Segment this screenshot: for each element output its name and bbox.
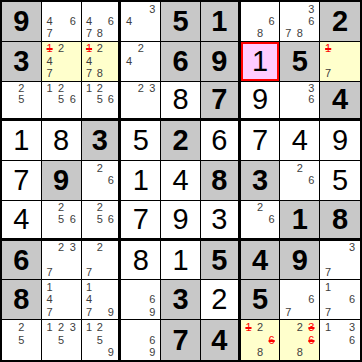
candidate-2: 2 — [257, 202, 263, 213]
cell-r2c5[interactable]: 6 — [161, 42, 201, 82]
cell-r2c4[interactable]: 24 — [121, 42, 161, 82]
candidate-1: 1 — [47, 322, 53, 333]
cell-value: 8 — [133, 246, 149, 275]
cell-r3c8[interactable]: 36 — [280, 82, 320, 122]
cell-r5c2[interactable]: 9 — [42, 161, 82, 201]
candidate-6: 6 — [149, 335, 155, 346]
candidate-8: 8 — [257, 347, 263, 358]
cell-r9c5[interactable]: 7 — [161, 320, 201, 360]
cell-r4c4[interactable]: 5 — [121, 121, 161, 161]
cell-r8c3[interactable]: 1479 — [82, 280, 122, 320]
candidate-6: 6 — [308, 294, 314, 305]
cell-value: 4 — [252, 246, 268, 275]
cell-r7c5[interactable]: 1 — [161, 241, 201, 281]
cell-r3c3[interactable]: 1256 — [82, 82, 122, 122]
cell-r4c1[interactable]: 1 — [2, 121, 42, 161]
cell-r9c8[interactable]: 2368 — [280, 320, 320, 360]
cell-value: 7 — [172, 326, 188, 355]
candidate-5: 5 — [97, 214, 103, 225]
cell-r8c6[interactable]: 2 — [201, 280, 241, 320]
cell-r6c1[interactable]: 4 — [2, 201, 42, 241]
candidate-1-eliminated: 1 — [245, 322, 251, 333]
candidate-3: 3 — [349, 322, 355, 333]
candidate-2: 2 — [138, 43, 144, 54]
cell-value: 5 — [252, 285, 268, 314]
candidate-7: 7 — [325, 267, 331, 278]
candidate-1-eliminated: 1 — [47, 43, 53, 54]
cell-value: 7 — [252, 126, 268, 155]
cell-r4c3[interactable]: 3 — [82, 121, 122, 161]
cell-r9c3[interactable]: 1259 — [82, 320, 122, 360]
cell-value: 4 — [332, 85, 348, 114]
candidate-6: 6 — [269, 214, 275, 225]
candidate-2: 2 — [97, 43, 103, 54]
candidate-1: 1 — [47, 282, 53, 293]
cell-value: 4 — [211, 326, 227, 355]
cell-r4c8[interactable]: 4 — [280, 121, 320, 161]
candidate-2: 2 — [97, 242, 103, 253]
cell-value: 6 — [172, 47, 188, 76]
cell-r8c4[interactable]: 69 — [121, 280, 161, 320]
candidate-1: 1 — [47, 83, 53, 94]
candidate-2: 2 — [58, 43, 64, 54]
candidate-4: 4 — [126, 56, 132, 67]
candidate-7: 7 — [325, 307, 331, 318]
candidate-3: 3 — [149, 4, 155, 15]
cell-r9c7[interactable]: 1268 — [241, 320, 281, 360]
candidate-2: 2 — [58, 83, 64, 94]
cell-value: 8 — [13, 285, 29, 314]
candidate-2: 2 — [297, 322, 303, 333]
cell-r1c9[interactable]: 2 — [320, 2, 360, 42]
sudoku-board: 9467467834516836782312471247824691517251… — [0, 0, 362, 362]
cell-value: 3 — [92, 126, 108, 155]
cell-r7c3[interactable]: 27 — [82, 241, 122, 281]
candidate-1-eliminated: 1 — [325, 43, 331, 54]
cell-value: 9 — [172, 205, 188, 234]
cell-r3c6[interactable]: 7 — [201, 82, 241, 122]
candidate-2: 2 — [58, 322, 64, 333]
cell-value: 3 — [13, 47, 29, 76]
cell-r6c4[interactable]: 7 — [121, 201, 161, 241]
candidate-6: 6 — [70, 214, 76, 225]
candidate-1: 1 — [325, 282, 331, 293]
candidate-7: 7 — [86, 307, 92, 318]
cell-r6c3[interactable]: 256 — [82, 201, 122, 241]
cell-value: 3 — [211, 205, 227, 234]
candidate-3: 3 — [349, 242, 355, 253]
candidate-2: 2 — [97, 322, 103, 333]
candidate-1: 1 — [325, 322, 331, 333]
cell-value: 1 — [292, 205, 308, 234]
candidate-2: 2 — [257, 322, 263, 333]
cell-r2c6[interactable]: 9 — [201, 42, 241, 82]
cell-r5c6[interactable]: 8 — [201, 161, 241, 201]
candidate-1: 1 — [86, 282, 92, 293]
candidate-6: 6 — [70, 16, 76, 27]
cell-r5c5[interactable]: 4 — [161, 161, 201, 201]
candidate-7: 7 — [47, 267, 53, 278]
cell-r4c9[interactable]: 9 — [320, 121, 360, 161]
candidate-4: 4 — [86, 16, 92, 27]
cell-r4c7[interactable]: 7 — [241, 121, 281, 161]
candidate-8: 8 — [257, 28, 263, 39]
cell-r8c2[interactable]: 147 — [42, 280, 82, 320]
candidate-6-eliminated: 6 — [308, 335, 314, 346]
candidate-6: 6 — [308, 16, 314, 27]
candidate-1-eliminated: 1 — [86, 43, 92, 54]
candidate-4: 4 — [86, 294, 92, 305]
cell-r6c9[interactable]: 8 — [320, 201, 360, 241]
cell-value: 6 — [13, 246, 29, 275]
cell-r3c4[interactable]: 23 — [121, 82, 161, 122]
cell-value: 8 — [332, 205, 348, 234]
cell-r7c9[interactable]: 37 — [320, 241, 360, 281]
candidate-5: 5 — [18, 94, 24, 105]
cell-r7c2[interactable]: 237 — [42, 241, 82, 281]
cell-r9c4[interactable]: 69 — [121, 320, 161, 360]
cell-r9c6[interactable]: 4 — [201, 320, 241, 360]
cell-r9c9[interactable]: 136 — [320, 320, 360, 360]
cell-value: 1 — [172, 246, 188, 275]
cell-r2c7[interactable]: 1 — [241, 42, 281, 82]
candidate-6: 6 — [308, 175, 314, 186]
cell-r1c5[interactable]: 5 — [161, 2, 201, 42]
candidate-5: 5 — [97, 94, 103, 105]
candidate-2: 2 — [297, 163, 303, 174]
cell-value: 5 — [211, 246, 227, 275]
cell-r1c2[interactable]: 467 — [42, 2, 82, 42]
cell-r2c9[interactable]: 17 — [320, 42, 360, 82]
cell-value: 5 — [172, 7, 188, 36]
cell-value: 9 — [211, 47, 227, 76]
cell-value: 8 — [53, 126, 69, 155]
cell-r8c9[interactable]: 167 — [320, 280, 360, 320]
cell-value: 6 — [211, 126, 227, 155]
cell-r2c8[interactable]: 5 — [280, 42, 320, 82]
candidate-6: 6 — [70, 94, 76, 105]
cell-r1c4[interactable]: 34 — [121, 2, 161, 42]
candidate-6: 6 — [108, 214, 114, 225]
candidate-5: 5 — [58, 94, 64, 105]
candidate-6: 6 — [308, 94, 314, 105]
candidate-8: 8 — [297, 347, 303, 358]
candidate-9: 9 — [149, 307, 155, 318]
cell-r6c6[interactable]: 3 — [201, 201, 241, 241]
candidate-7: 7 — [86, 68, 92, 79]
cell-value: 1 — [13, 126, 29, 155]
candidate-7: 7 — [47, 68, 53, 79]
candidate-3: 3 — [149, 83, 155, 94]
candidate-8: 8 — [97, 28, 103, 39]
cell-value: 2 — [332, 7, 348, 36]
cell-r3c2[interactable]: 1256 — [42, 82, 82, 122]
candidate-5: 5 — [18, 335, 24, 346]
candidate-1: 1 — [86, 322, 92, 333]
candidate-7: 7 — [86, 267, 92, 278]
cell-r4c5[interactable]: 2 — [161, 121, 201, 161]
candidate-6: 6 — [349, 294, 355, 305]
cell-r5c4[interactable]: 1 — [121, 161, 161, 201]
cell-value: 4 — [172, 166, 188, 195]
candidate-3: 3 — [308, 4, 314, 15]
candidate-7: 7 — [285, 307, 291, 318]
cell-r7c8[interactable]: 9 — [280, 241, 320, 281]
candidate-6: 6 — [269, 16, 275, 27]
cell-r8c5[interactable]: 3 — [161, 280, 201, 320]
cell-r1c3[interactable]: 4678 — [82, 2, 122, 42]
cell-r9c1[interactable]: 25 — [2, 320, 42, 360]
cell-value: 3 — [252, 166, 268, 195]
candidate-2: 2 — [97, 83, 103, 94]
candidate-2: 2 — [97, 202, 103, 213]
candidate-4: 4 — [126, 16, 132, 27]
cell-r6c8[interactable]: 1 — [280, 201, 320, 241]
cell-r6c2[interactable]: 256 — [42, 201, 82, 241]
cell-value: 7 — [133, 205, 149, 234]
candidate-5: 5 — [58, 335, 64, 346]
cell-r8c8[interactable]: 67 — [280, 280, 320, 320]
cell-r7c6[interactable]: 5 — [201, 241, 241, 281]
cell-r5c1[interactable]: 7 — [2, 161, 42, 201]
candidate-6: 6 — [108, 16, 114, 27]
candidate-7: 7 — [47, 28, 53, 39]
cell-r5c3[interactable]: 26 — [82, 161, 122, 201]
cell-r3c7[interactable]: 9 — [241, 82, 281, 122]
cell-r1c1[interactable]: 9 — [2, 2, 42, 42]
cell-r8c1[interactable]: 8 — [2, 280, 42, 320]
cell-r6c5[interactable]: 9 — [161, 201, 201, 241]
candidate-5: 5 — [58, 214, 64, 225]
candidate-7: 7 — [325, 68, 331, 79]
cell-value: 9 — [332, 126, 348, 155]
cell-r1c8[interactable]: 3678 — [280, 2, 320, 42]
candidate-7: 7 — [86, 28, 92, 39]
cell-r7c4[interactable]: 8 — [121, 241, 161, 281]
cell-r2c1[interactable]: 3 — [2, 42, 42, 82]
candidate-3-eliminated: 3 — [308, 322, 314, 333]
candidate-9: 9 — [149, 347, 155, 358]
candidate-2: 2 — [18, 322, 24, 333]
cell-value: 9 — [252, 85, 268, 114]
candidate-2: 2 — [58, 202, 64, 213]
cell-r9c2[interactable]: 1235 — [42, 320, 82, 360]
candidate-6-eliminated: 6 — [269, 335, 275, 346]
cell-value: 7 — [211, 85, 227, 114]
cell-value: 5 — [292, 47, 308, 76]
cell-r3c5[interactable]: 8 — [161, 82, 201, 122]
cell-r2c3[interactable]: 12478 — [82, 42, 122, 82]
cell-r3c9[interactable]: 4 — [320, 82, 360, 122]
cell-r7c7[interactable]: 4 — [241, 241, 281, 281]
candidate-3: 3 — [70, 322, 76, 333]
candidate-6: 6 — [108, 94, 114, 105]
candidate-2: 2 — [97, 163, 103, 174]
cell-value: 9 — [53, 166, 69, 195]
cell-value: 9 — [292, 246, 308, 275]
candidate-4: 4 — [47, 16, 53, 27]
cell-value: 7 — [13, 166, 29, 195]
cell-value: 5 — [332, 166, 348, 195]
cell-r4c6[interactable]: 6 — [201, 121, 241, 161]
candidate-6: 6 — [349, 335, 355, 346]
candidate-5: 5 — [97, 335, 103, 346]
candidate-9: 9 — [108, 347, 114, 358]
cell-value: 1 — [133, 166, 149, 195]
candidate-1: 1 — [86, 83, 92, 94]
cell-r5c8[interactable]: 26 — [280, 161, 320, 201]
candidate-3: 3 — [70, 242, 76, 253]
candidate-2: 2 — [58, 242, 64, 253]
candidate-4: 4 — [47, 294, 53, 305]
cell-value: 3 — [172, 285, 188, 314]
cell-r7c1[interactable]: 6 — [2, 241, 42, 281]
cell-value: 8 — [172, 85, 188, 114]
candidate-2: 2 — [138, 83, 144, 94]
candidate-4: 4 — [86, 56, 92, 67]
cell-r3c1[interactable]: 25 — [2, 82, 42, 122]
cell-r5c7[interactable]: 3 — [241, 161, 281, 201]
cell-r4c2[interactable]: 8 — [42, 121, 82, 161]
candidate-8: 8 — [297, 28, 303, 39]
cell-r5c9[interactable]: 5 — [320, 161, 360, 201]
cell-r2c2[interactable]: 1247 — [42, 42, 82, 82]
candidate-7: 7 — [47, 307, 53, 318]
candidate-6: 6 — [108, 175, 114, 186]
cell-value: 2 — [172, 126, 188, 155]
candidate-3: 3 — [308, 83, 314, 94]
cell-r8c7[interactable]: 5 — [241, 280, 281, 320]
cell-value: 4 — [13, 205, 29, 234]
cell-value: 8 — [211, 166, 227, 195]
cell-r1c7[interactable]: 68 — [241, 2, 281, 42]
cell-value: 9 — [13, 7, 29, 36]
cell-value: 1 — [211, 7, 227, 36]
cell-r6c7[interactable]: 26 — [241, 201, 281, 241]
cell-value: 4 — [292, 126, 308, 155]
cell-value: 2 — [211, 285, 227, 314]
candidate-8: 8 — [97, 68, 103, 79]
candidate-2: 2 — [18, 83, 24, 94]
cell-value: 1 — [252, 47, 268, 76]
candidate-4: 4 — [47, 56, 53, 67]
candidate-6: 6 — [149, 294, 155, 305]
candidate-7: 7 — [285, 28, 291, 39]
cell-r1c6[interactable]: 1 — [201, 2, 241, 42]
candidate-9: 9 — [108, 307, 114, 318]
cell-value: 5 — [133, 126, 149, 155]
